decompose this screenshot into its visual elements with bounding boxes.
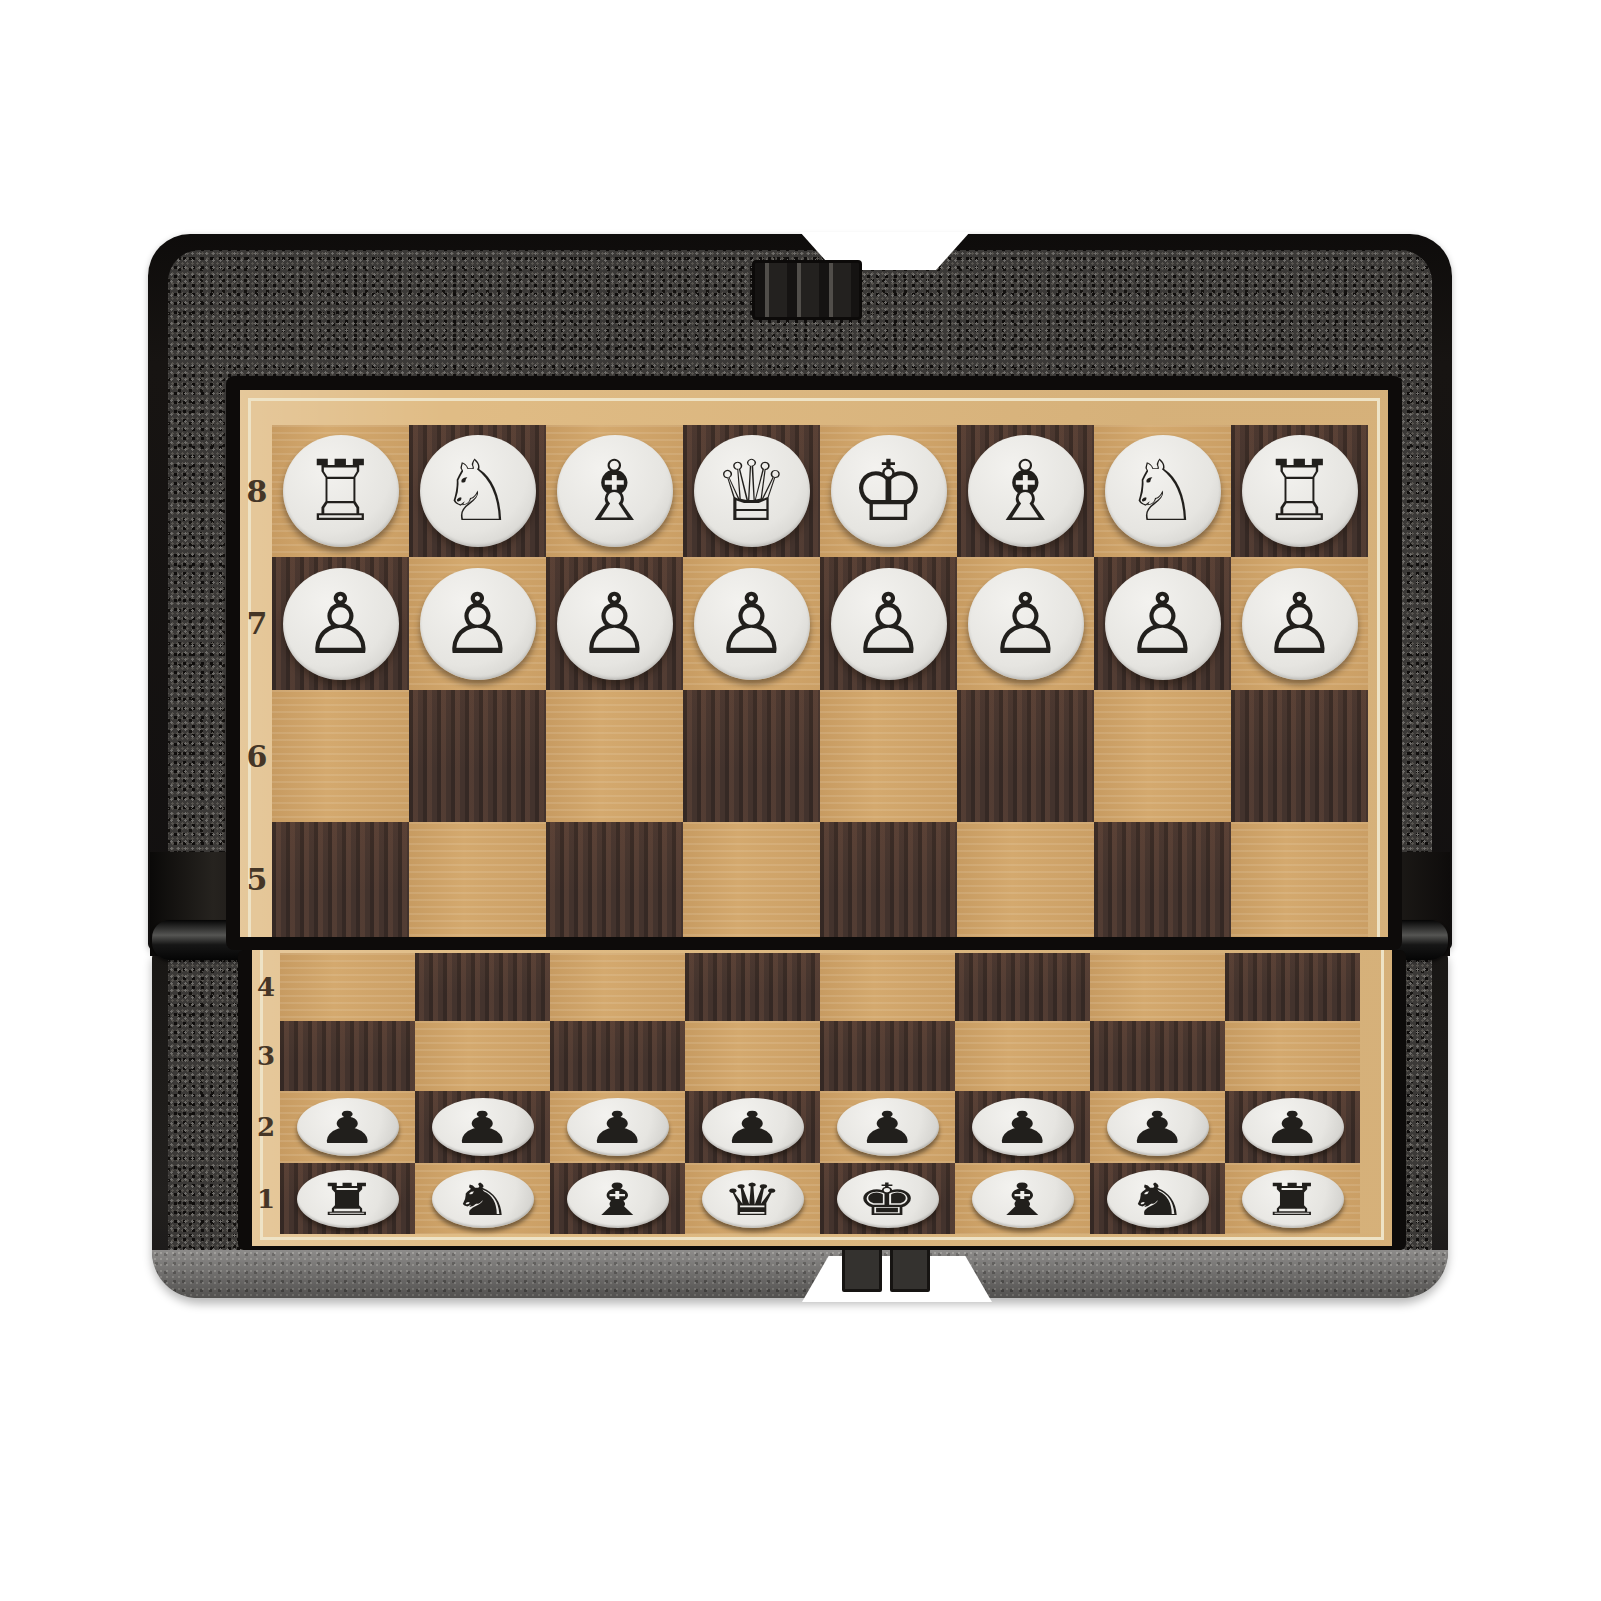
square-b8[interactable]: ♘ [409,425,546,557]
piece-black-king-e1[interactable]: ♚ [837,1170,939,1228]
rank-labels-top: 8765 [242,425,272,937]
rank-label-4: 4 [252,953,280,1021]
board-top-half: 8765 ♖♘♗♕♔♗♘♖♙♙♙♙♙♙♙♙ [240,390,1388,937]
square-c1[interactable]: ♝ [550,1163,685,1234]
bottom-clasp-tooth[interactable] [890,1246,930,1292]
chess-piece-glyph: ♟ [587,1105,648,1149]
square-h1[interactable]: ♜ [1225,1163,1360,1234]
square-d8[interactable]: ♕ [683,425,820,557]
piece-black-pawn-f2[interactable]: ♟ [972,1098,1074,1156]
square-g1[interactable]: ♞ [1090,1163,1225,1234]
piece-white-pawn-a7[interactable]: ♙ [283,568,399,680]
square-d4[interactable] [685,953,820,1021]
square-a4[interactable] [280,953,415,1021]
square-f6[interactable] [957,690,1094,822]
piece-black-rook-h1[interactable]: ♜ [1242,1170,1344,1228]
chess-piece-glyph: ♜ [1262,1176,1323,1220]
square-g5[interactable] [1094,822,1231,937]
chess-piece-glyph: ♖ [303,449,378,533]
top-clasp-latch[interactable] [752,260,862,320]
square-g3[interactable] [1090,1021,1225,1091]
rank-label-7: 7 [242,557,272,690]
chess-piece-glyph: ♖ [1262,449,1337,533]
piece-white-pawn-c7[interactable]: ♙ [557,568,673,680]
square-f8[interactable]: ♗ [957,425,1094,557]
piece-black-pawn-b2[interactable]: ♟ [432,1098,534,1156]
piece-white-queen-d8[interactable]: ♕ [694,435,810,547]
square-e7[interactable]: ♙ [820,557,957,690]
square-a3[interactable] [280,1021,415,1091]
square-e6[interactable] [820,690,957,822]
square-b1[interactable]: ♞ [415,1163,550,1234]
piece-black-bishop-c1[interactable]: ♝ [567,1170,669,1228]
square-f2[interactable]: ♟ [955,1091,1090,1163]
bottom-clasp-tooth[interactable] [842,1246,882,1292]
piece-black-pawn-a2[interactable]: ♟ [297,1098,399,1156]
square-g4[interactable] [1090,953,1225,1021]
rank-labels-bottom: 4321 [252,953,280,1234]
chess-piece-glyph: ♟ [992,1105,1053,1149]
board-grid-bottom: ♟♟♟♟♟♟♟♟♜♞♝♛♚♝♞♜ [280,953,1360,1234]
chess-piece-glyph: ♟ [1127,1105,1188,1149]
piece-black-pawn-g2[interactable]: ♟ [1107,1098,1209,1156]
piece-white-pawn-h7[interactable]: ♙ [1242,568,1358,680]
square-e1[interactable]: ♚ [820,1163,955,1234]
square-e3[interactable] [820,1021,955,1091]
square-a6[interactable] [272,690,409,822]
square-d1[interactable]: ♛ [685,1163,820,1234]
square-e4[interactable] [820,953,955,1021]
square-d3[interactable] [685,1021,820,1091]
square-g7[interactable]: ♙ [1094,557,1231,690]
photo-background: 8765 ♖♘♗♕♔♗♘♖♙♙♙♙♙♙♙♙ 4321 ♟♟♟♟♟♟♟♟♜♞♝♛♚… [0,0,1601,1601]
square-g6[interactable] [1094,690,1231,822]
square-c2[interactable]: ♟ [550,1091,685,1163]
square-h2[interactable]: ♟ [1225,1091,1360,1163]
piece-white-knight-b8[interactable]: ♘ [420,435,536,547]
chess-piece-glyph: ♙ [577,582,652,666]
piece-black-knight-b1[interactable]: ♞ [432,1170,534,1228]
chess-piece-glyph: ♔ [851,449,926,533]
piece-white-bishop-c8[interactable]: ♗ [557,435,673,547]
piece-white-pawn-d7[interactable]: ♙ [694,568,810,680]
square-c3[interactable] [550,1021,685,1091]
rank-label-2: 2 [252,1091,280,1163]
square-f4[interactable] [955,953,1090,1021]
piece-black-bishop-f1[interactable]: ♝ [972,1170,1074,1228]
piece-white-knight-g8[interactable]: ♘ [1105,435,1221,547]
board-bottom-half: 4321 ♟♟♟♟♟♟♟♟♜♞♝♛♚♝♞♜ [252,950,1392,1246]
piece-white-pawn-b7[interactable]: ♙ [420,568,536,680]
chess-piece-glyph: ♘ [440,449,515,533]
square-a1[interactable]: ♜ [280,1163,415,1234]
square-f3[interactable] [955,1021,1090,1091]
square-b7[interactable]: ♙ [409,557,546,690]
square-b5[interactable] [409,822,546,937]
square-b3[interactable] [415,1021,550,1091]
chess-piece-glyph: ♙ [440,582,515,666]
chess-piece-glyph: ♙ [714,582,789,666]
board-grid-top: ♖♘♗♕♔♗♘♖♙♙♙♙♙♙♙♙ [272,425,1368,937]
square-e2[interactable]: ♟ [820,1091,955,1163]
piece-black-pawn-e2[interactable]: ♟ [837,1098,939,1156]
piece-black-queen-d1[interactable]: ♛ [702,1170,804,1228]
rank-label-5: 5 [242,822,272,937]
chess-piece-glyph: ♚ [857,1176,918,1220]
rank-label-6: 6 [242,690,272,822]
chess-piece-glyph: ♝ [992,1176,1053,1220]
square-h4[interactable] [1225,953,1360,1021]
chess-piece-glyph: ♘ [1125,449,1200,533]
chess-piece-glyph: ♙ [1262,582,1337,666]
piece-black-pawn-h2[interactable]: ♟ [1242,1098,1344,1156]
piece-white-king-e8[interactable]: ♔ [831,435,947,547]
square-b6[interactable] [409,690,546,822]
square-h7[interactable]: ♙ [1231,557,1368,690]
piece-black-pawn-d2[interactable]: ♟ [702,1098,804,1156]
square-h3[interactable] [1225,1021,1360,1091]
square-c4[interactable] [550,953,685,1021]
square-f7[interactable]: ♙ [957,557,1094,690]
square-h8[interactable]: ♖ [1231,425,1368,557]
square-e8[interactable]: ♔ [820,425,957,557]
square-f5[interactable] [957,822,1094,937]
chess-piece-glyph: ♟ [857,1105,918,1149]
chess-piece-glyph: ♗ [577,449,652,533]
square-h5[interactable] [1231,822,1368,937]
chess-piece-glyph: ♙ [988,582,1063,666]
square-g8[interactable]: ♘ [1094,425,1231,557]
rank-label-3: 3 [252,1021,280,1091]
board-top-frame: 8765 ♖♘♗♕♔♗♘♖♙♙♙♙♙♙♙♙ [226,376,1402,950]
piece-white-rook-a8[interactable]: ♖ [283,435,399,547]
square-d2[interactable]: ♟ [685,1091,820,1163]
chess-piece-glyph: ♟ [1262,1105,1323,1149]
square-d6[interactable] [683,690,820,822]
square-a5[interactable] [272,822,409,937]
piece-white-bishop-f8[interactable]: ♗ [968,435,1084,547]
chess-piece-glyph: ♟ [452,1105,513,1149]
square-b4[interactable] [415,953,550,1021]
piece-black-knight-g1[interactable]: ♞ [1107,1170,1209,1228]
square-h6[interactable] [1231,690,1368,822]
square-b2[interactable]: ♟ [415,1091,550,1163]
square-a2[interactable]: ♟ [280,1091,415,1163]
piece-white-pawn-f7[interactable]: ♙ [968,568,1084,680]
case-front-edge [152,1250,1448,1298]
board-bottom-frame: 4321 ♟♟♟♟♟♟♟♟♜♞♝♛♚♝♞♜ [238,950,1406,1250]
chess-piece-glyph: ♙ [303,582,378,666]
piece-white-pawn-g7[interactable]: ♙ [1105,568,1221,680]
chess-piece-glyph: ♛ [722,1176,783,1220]
chess-piece-glyph: ♕ [714,449,789,533]
chess-piece-glyph: ♟ [722,1105,783,1149]
chess-piece-glyph: ♙ [1125,582,1200,666]
piece-black-rook-a1[interactable]: ♜ [297,1170,399,1228]
chess-piece-glyph: ♞ [1127,1176,1188,1220]
rank-label-1: 1 [252,1163,280,1234]
square-f1[interactable]: ♝ [955,1163,1090,1234]
chess-piece-glyph: ♙ [851,582,926,666]
square-c6[interactable] [546,690,683,822]
square-c5[interactable] [546,822,683,937]
square-a7[interactable]: ♙ [272,557,409,690]
square-d7[interactable]: ♙ [683,557,820,690]
square-e5[interactable] [820,822,957,937]
piece-white-rook-h8[interactable]: ♖ [1242,435,1358,547]
chess-piece-glyph: ♞ [452,1176,513,1220]
rank-label-8: 8 [242,425,272,557]
square-a8[interactable]: ♖ [272,425,409,557]
square-c7[interactable]: ♙ [546,557,683,690]
chess-piece-glyph: ♟ [317,1105,378,1149]
piece-black-pawn-c2[interactable]: ♟ [567,1098,669,1156]
square-c8[interactable]: ♗ [546,425,683,557]
square-g2[interactable]: ♟ [1090,1091,1225,1163]
piece-white-pawn-e7[interactable]: ♙ [831,568,947,680]
chess-piece-glyph: ♝ [587,1176,648,1220]
chess-piece-glyph: ♗ [988,449,1063,533]
chess-piece-glyph: ♜ [317,1176,378,1220]
square-d5[interactable] [683,822,820,937]
